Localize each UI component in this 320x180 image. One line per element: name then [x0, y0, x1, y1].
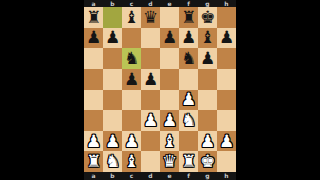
white-pawn-h2: ♟ [219, 132, 234, 149]
square-c1[interactable]: ♝ [122, 151, 141, 172]
square-c3[interactable] [122, 110, 141, 131]
file-label-e: e [167, 1, 171, 7]
black-queen-d8: ♛ [143, 8, 158, 25]
square-c5[interactable]: ♟ [122, 69, 141, 90]
square-h3[interactable] [217, 110, 236, 131]
square-b2[interactable]: ♟ [103, 131, 122, 152]
square-e1[interactable]: ♛ [160, 151, 179, 172]
file-label-c: c [130, 173, 134, 179]
file-label-a: a [91, 1, 95, 7]
square-d4[interactable] [141, 90, 160, 111]
square-b5[interactable] [103, 69, 122, 90]
white-bishop-c1: ♝ [124, 153, 139, 170]
square-f8[interactable]: ♜ [179, 7, 198, 28]
square-g2[interactable]: ♟ [198, 131, 217, 152]
square-g1[interactable]: ♚ [198, 151, 217, 172]
black-pawn-g6: ♟ [200, 50, 215, 67]
file-label-g: g [205, 173, 209, 179]
white-bishop-e2: ♝ [162, 132, 177, 149]
white-queen-e1: ♛ [162, 153, 177, 170]
file-labels-top: abcdefgh [84, 0, 236, 7]
square-h4[interactable] [217, 90, 236, 111]
file-label-f: f [187, 1, 190, 7]
square-c6[interactable]: ♞ [122, 48, 141, 69]
black-bishop-g7: ♝ [200, 29, 215, 46]
black-pawn-a7: ♟ [86, 29, 101, 46]
square-b7[interactable]: ♟ [103, 28, 122, 49]
square-a1[interactable]: ♜ [84, 151, 103, 172]
square-a3[interactable] [84, 110, 103, 131]
square-a5[interactable] [84, 69, 103, 90]
white-pawn-c2: ♟ [124, 132, 139, 149]
file-label-h: h [224, 173, 228, 179]
square-e4[interactable] [160, 90, 179, 111]
white-rook-a1: ♜ [86, 153, 101, 170]
white-pawn-d3: ♟ [143, 111, 158, 128]
black-king-g8: ♚ [200, 8, 215, 25]
white-pawn-a2: ♟ [86, 132, 101, 149]
square-f3[interactable]: ♞ [179, 110, 198, 131]
white-pawn-g2: ♟ [200, 132, 215, 149]
square-h7[interactable]: ♟ [217, 28, 236, 49]
black-bishop-c8: ♝ [124, 8, 139, 25]
square-f4[interactable]: ♟ [179, 90, 198, 111]
square-c7[interactable] [122, 28, 141, 49]
square-h1[interactable] [217, 151, 236, 172]
white-king-g1: ♚ [200, 153, 215, 170]
square-b4[interactable] [103, 90, 122, 111]
square-g5[interactable] [198, 69, 217, 90]
file-label-h: h [224, 1, 228, 7]
square-g8[interactable]: ♚ [198, 7, 217, 28]
square-f2[interactable] [179, 131, 198, 152]
chess-board: abcdefgh ♜♝♛♜♚♟♟♟♟♝♟♞♞♟♟♟♟♟♟♞♟♟♟♝♟♟♜♞♝♛♜… [84, 0, 236, 180]
square-b1[interactable]: ♞ [103, 151, 122, 172]
board-squares: ♜♝♛♜♚♟♟♟♟♝♟♞♞♟♟♟♟♟♟♞♟♟♟♝♟♟♜♞♝♛♜♚ [84, 7, 236, 172]
white-pawn-b2: ♟ [105, 132, 120, 149]
black-pawn-b7: ♟ [105, 29, 120, 46]
video-frame: abcdefgh ♜♝♛♜♚♟♟♟♟♝♟♞♞♟♟♟♟♟♟♞♟♟♟♝♟♟♜♞♝♛♜… [0, 0, 320, 180]
square-c4[interactable] [122, 90, 141, 111]
file-label-c: c [130, 1, 134, 7]
file-labels-bottom: abcdefgh [84, 172, 236, 180]
file-label-f: f [187, 173, 190, 179]
square-b6[interactable] [103, 48, 122, 69]
square-e3[interactable]: ♟ [160, 110, 179, 131]
square-e2[interactable]: ♝ [160, 131, 179, 152]
square-e5[interactable] [160, 69, 179, 90]
square-b3[interactable] [103, 110, 122, 131]
black-pawn-f7: ♟ [181, 29, 196, 46]
file-label-e: e [167, 173, 171, 179]
black-knight-c6: ♞ [124, 50, 139, 67]
square-e7[interactable]: ♟ [160, 28, 179, 49]
square-f5[interactable] [179, 69, 198, 90]
file-label-d: d [148, 1, 152, 7]
square-a2[interactable]: ♟ [84, 131, 103, 152]
square-f1[interactable]: ♜ [179, 151, 198, 172]
square-e6[interactable] [160, 48, 179, 69]
file-label-g: g [205, 1, 209, 7]
square-d1[interactable] [141, 151, 160, 172]
square-g6[interactable]: ♟ [198, 48, 217, 69]
file-label-b: b [110, 1, 114, 7]
square-f7[interactable]: ♟ [179, 28, 198, 49]
file-label-d: d [148, 173, 152, 179]
square-d3[interactable]: ♟ [141, 110, 160, 131]
white-pawn-f4: ♟ [181, 91, 196, 108]
square-a4[interactable] [84, 90, 103, 111]
square-c8[interactable]: ♝ [122, 7, 141, 28]
square-c2[interactable]: ♟ [122, 131, 141, 152]
square-a6[interactable] [84, 48, 103, 69]
square-h2[interactable]: ♟ [217, 131, 236, 152]
black-pawn-h7: ♟ [219, 29, 234, 46]
square-g7[interactable]: ♝ [198, 28, 217, 49]
square-f6[interactable]: ♞ [179, 48, 198, 69]
white-knight-b1: ♞ [105, 153, 120, 170]
square-d6[interactable] [141, 48, 160, 69]
square-g3[interactable] [198, 110, 217, 131]
black-rook-a8: ♜ [86, 8, 101, 25]
square-d8[interactable]: ♛ [141, 7, 160, 28]
square-g4[interactable] [198, 90, 217, 111]
file-label-b: b [110, 173, 114, 179]
black-pawn-e7: ♟ [162, 29, 177, 46]
square-h8[interactable] [217, 7, 236, 28]
square-a8[interactable]: ♜ [84, 7, 103, 28]
black-knight-f6: ♞ [181, 50, 196, 67]
square-d7[interactable] [141, 28, 160, 49]
square-b8[interactable] [103, 7, 122, 28]
black-pawn-c5: ♟ [124, 70, 139, 87]
white-knight-f3: ♞ [181, 111, 196, 128]
square-e8[interactable] [160, 7, 179, 28]
white-pawn-e3: ♟ [162, 111, 177, 128]
white-rook-f1: ♜ [181, 153, 196, 170]
black-pawn-d5: ♟ [143, 70, 158, 87]
black-rook-f8: ♜ [181, 8, 196, 25]
square-d2[interactable] [141, 131, 160, 152]
square-h5[interactable] [217, 69, 236, 90]
square-h6[interactable] [217, 48, 236, 69]
square-d5[interactable]: ♟ [141, 69, 160, 90]
file-label-a: a [91, 173, 95, 179]
square-a7[interactable]: ♟ [84, 28, 103, 49]
